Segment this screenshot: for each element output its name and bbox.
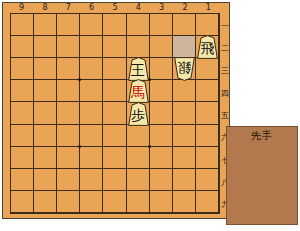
- board-grid[interactable]: 飛 銀 王 馬: [10, 13, 220, 214]
- highlighted-square-2-2[interactable]: [173, 36, 195, 57]
- rank-label: 四: [220, 82, 230, 104]
- rank-label: 三: [220, 60, 230, 82]
- file-label: 7: [57, 3, 80, 13]
- file-label: 1: [197, 3, 220, 13]
- koma-kanji: 銀: [174, 62, 195, 76]
- star-point: [78, 78, 81, 81]
- file-label: 5: [103, 3, 126, 13]
- shogi-diagram: 9 8 7 6 5 4 3 2 1 一 二 三 四 五 六 七 八 九: [0, 0, 300, 231]
- koma-kanji: 歩: [128, 107, 149, 121]
- piece-sente-pawn-4-5[interactable]: 歩: [128, 102, 149, 126]
- komadai-label: 先手: [227, 127, 297, 143]
- star-point: [78, 145, 81, 148]
- file-label: 6: [80, 3, 103, 13]
- file-coordinates: 9 8 7 6 5 4 3 2 1: [10, 3, 220, 13]
- rank-label: 二: [220, 37, 230, 59]
- star-point: [148, 145, 151, 148]
- file-label: 2: [173, 3, 196, 13]
- piece-sente-king-4-3[interactable]: 王: [128, 57, 149, 81]
- piece-sente-promoted-bishop-4-4[interactable]: 馬: [128, 79, 149, 103]
- file-label: 3: [150, 3, 173, 13]
- piece-gote-silver-2-3[interactable]: 銀: [174, 57, 195, 81]
- shogi-board: 9 8 7 6 5 4 3 2 1 一 二 三 四 五 六 七 八 九: [2, 2, 230, 219]
- koma-kanji: 飛: [197, 41, 218, 55]
- sente-komadai[interactable]: 先手: [226, 126, 298, 225]
- koma-kanji: 馬: [128, 85, 149, 99]
- rank-label: 一: [220, 15, 230, 37]
- rank-label: 五: [220, 104, 230, 126]
- piece-sente-rook-1-2[interactable]: 飛: [197, 35, 218, 59]
- file-label: 4: [127, 3, 150, 13]
- koma-kanji: 王: [128, 63, 149, 77]
- file-label: 9: [10, 3, 33, 13]
- file-label: 8: [33, 3, 56, 13]
